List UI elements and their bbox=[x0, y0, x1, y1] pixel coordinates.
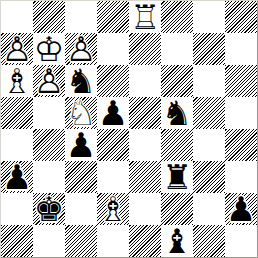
black-bishop-glyph: ♝ bbox=[161, 225, 193, 257]
square-b1[interactable] bbox=[33, 225, 65, 257]
piece-halo: ♜ bbox=[161, 161, 193, 193]
square-a6[interactable]: ♝♗ bbox=[1, 65, 33, 97]
piece-black-pawn[interactable]: ♟♟ bbox=[225, 193, 257, 225]
square-g3[interactable] bbox=[193, 161, 225, 193]
square-c7[interactable]: ♟♙ bbox=[65, 33, 97, 65]
square-f7[interactable] bbox=[161, 33, 193, 65]
piece-halo: ♞ bbox=[65, 97, 97, 129]
piece-black-knight[interactable]: ♞♞ bbox=[161, 97, 193, 129]
black-pawn-glyph: ♟ bbox=[225, 193, 257, 225]
piece-white-pawn[interactable]: ♟♙ bbox=[33, 65, 65, 97]
square-c6[interactable]: ♞♞ bbox=[65, 65, 97, 97]
black-pawn-glyph: ♟ bbox=[65, 129, 97, 161]
white-pawn-glyph: ♙ bbox=[65, 33, 97, 65]
square-e1[interactable] bbox=[129, 225, 161, 257]
square-a3[interactable]: ♟♟ bbox=[1, 161, 33, 193]
piece-black-bishop[interactable]: ♝♝ bbox=[161, 225, 193, 257]
piece-halo: ♚ bbox=[33, 193, 65, 225]
square-b4[interactable] bbox=[33, 129, 65, 161]
white-knight-glyph: ♘ bbox=[65, 97, 97, 129]
piece-halo: ♟ bbox=[97, 97, 129, 129]
square-c4[interactable]: ♟♟ bbox=[65, 129, 97, 161]
square-c5[interactable]: ♞♘ bbox=[65, 97, 97, 129]
square-c2[interactable] bbox=[65, 193, 97, 225]
square-b5[interactable] bbox=[33, 97, 65, 129]
square-h2[interactable]: ♟♟ bbox=[225, 193, 257, 225]
square-g8[interactable] bbox=[193, 1, 225, 33]
square-g1[interactable] bbox=[193, 225, 225, 257]
white-bishop-glyph: ♗ bbox=[97, 193, 129, 225]
square-b3[interactable] bbox=[33, 161, 65, 193]
square-e5[interactable] bbox=[129, 97, 161, 129]
piece-halo: ♝ bbox=[97, 193, 129, 225]
piece-halo: ♚ bbox=[33, 33, 65, 65]
square-b2[interactable]: ♚♚ bbox=[33, 193, 65, 225]
piece-halo: ♞ bbox=[161, 97, 193, 129]
square-d5[interactable]: ♟♟ bbox=[97, 97, 129, 129]
square-g7[interactable] bbox=[193, 33, 225, 65]
square-a8[interactable] bbox=[1, 1, 33, 33]
square-h8[interactable] bbox=[225, 1, 257, 33]
square-f6[interactable] bbox=[161, 65, 193, 97]
square-e4[interactable] bbox=[129, 129, 161, 161]
piece-black-pawn[interactable]: ♟♟ bbox=[1, 161, 33, 193]
square-a1[interactable] bbox=[1, 225, 33, 257]
chess-diagram: ♜♖♟♙♚♔♟♙♝♗♟♙♞♞♞♘♟♟♞♞♟♟♟♟♜♜♚♚♝♗♟♟♝♝ bbox=[0, 0, 258, 258]
piece-white-pawn[interactable]: ♟♙ bbox=[1, 33, 33, 65]
piece-black-king[interactable]: ♚♚ bbox=[33, 193, 65, 225]
piece-halo: ♟ bbox=[225, 193, 257, 225]
piece-white-rook[interactable]: ♜♖ bbox=[129, 1, 161, 33]
square-e3[interactable] bbox=[129, 161, 161, 193]
square-e7[interactable] bbox=[129, 33, 161, 65]
piece-halo: ♟ bbox=[1, 33, 33, 65]
square-d8[interactable] bbox=[97, 1, 129, 33]
white-bishop-glyph: ♗ bbox=[1, 65, 33, 97]
square-h4[interactable] bbox=[225, 129, 257, 161]
piece-black-pawn[interactable]: ♟♟ bbox=[97, 97, 129, 129]
square-b7[interactable]: ♚♔ bbox=[33, 33, 65, 65]
piece-halo: ♞ bbox=[65, 65, 97, 97]
white-pawn-glyph: ♙ bbox=[1, 33, 33, 65]
square-d2[interactable]: ♝♗ bbox=[97, 193, 129, 225]
square-d4[interactable] bbox=[97, 129, 129, 161]
piece-halo: ♝ bbox=[1, 65, 33, 97]
piece-white-knight[interactable]: ♞♘ bbox=[65, 97, 97, 129]
piece-white-bishop[interactable]: ♝♗ bbox=[97, 193, 129, 225]
piece-black-pawn[interactable]: ♟♟ bbox=[65, 129, 97, 161]
square-h5[interactable] bbox=[225, 97, 257, 129]
square-c3[interactable] bbox=[65, 161, 97, 193]
square-g4[interactable] bbox=[193, 129, 225, 161]
white-king-glyph: ♔ bbox=[33, 33, 65, 65]
piece-halo: ♜ bbox=[129, 1, 161, 33]
piece-halo: ♟ bbox=[33, 65, 65, 97]
black-rook-glyph: ♜ bbox=[161, 161, 193, 193]
square-e6[interactable] bbox=[129, 65, 161, 97]
square-a5[interactable] bbox=[1, 97, 33, 129]
square-f5[interactable]: ♞♞ bbox=[161, 97, 193, 129]
square-h3[interactable] bbox=[225, 161, 257, 193]
white-pawn-glyph: ♙ bbox=[33, 65, 65, 97]
black-pawn-glyph: ♟ bbox=[1, 161, 33, 193]
square-b8[interactable] bbox=[33, 1, 65, 33]
piece-white-bishop[interactable]: ♝♗ bbox=[1, 65, 33, 97]
square-e2[interactable] bbox=[129, 193, 161, 225]
square-f3[interactable]: ♜♜ bbox=[161, 161, 193, 193]
square-b6[interactable]: ♟♙ bbox=[33, 65, 65, 97]
piece-white-king[interactable]: ♚♔ bbox=[33, 33, 65, 65]
black-knight-glyph: ♞ bbox=[65, 65, 97, 97]
square-d1[interactable] bbox=[97, 225, 129, 257]
square-h1[interactable] bbox=[225, 225, 257, 257]
square-a7[interactable]: ♟♙ bbox=[1, 33, 33, 65]
black-pawn-glyph: ♟ bbox=[97, 97, 129, 129]
piece-black-knight[interactable]: ♞♞ bbox=[65, 65, 97, 97]
square-e8[interactable]: ♜♖ bbox=[129, 1, 161, 33]
square-h6[interactable] bbox=[225, 65, 257, 97]
square-c8[interactable] bbox=[65, 1, 97, 33]
square-d6[interactable] bbox=[97, 65, 129, 97]
square-d3[interactable] bbox=[97, 161, 129, 193]
square-d7[interactable] bbox=[97, 33, 129, 65]
piece-halo: ♟ bbox=[1, 161, 33, 193]
square-a2[interactable] bbox=[1, 193, 33, 225]
piece-halo: ♟ bbox=[65, 33, 97, 65]
square-f4[interactable] bbox=[161, 129, 193, 161]
chess-board: ♜♖♟♙♚♔♟♙♝♗♟♙♞♞♞♘♟♟♞♞♟♟♟♟♜♜♚♚♝♗♟♟♝♝ bbox=[1, 1, 257, 257]
white-rook-glyph: ♖ bbox=[129, 1, 161, 33]
square-g2[interactable] bbox=[193, 193, 225, 225]
black-knight-glyph: ♞ bbox=[161, 97, 193, 129]
square-h7[interactable] bbox=[225, 33, 257, 65]
piece-halo: ♟ bbox=[65, 129, 97, 161]
square-c1[interactable] bbox=[65, 225, 97, 257]
piece-white-pawn[interactable]: ♟♙ bbox=[65, 33, 97, 65]
square-g6[interactable] bbox=[193, 65, 225, 97]
black-king-glyph: ♚ bbox=[33, 193, 65, 225]
square-f1[interactable]: ♝♝ bbox=[161, 225, 193, 257]
piece-black-rook[interactable]: ♜♜ bbox=[161, 161, 193, 193]
piece-halo: ♝ bbox=[161, 225, 193, 257]
square-f2[interactable] bbox=[161, 193, 193, 225]
square-a4[interactable] bbox=[1, 129, 33, 161]
square-g5[interactable] bbox=[193, 97, 225, 129]
square-f8[interactable] bbox=[161, 1, 193, 33]
